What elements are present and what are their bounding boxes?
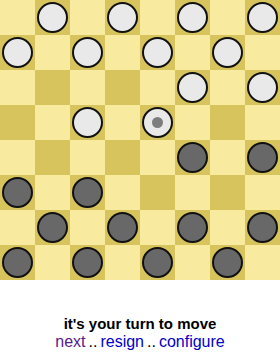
piece-light[interactable] (72, 37, 103, 68)
square-r5c2[interactable] (70, 175, 105, 210)
square-r6c1[interactable] (35, 210, 70, 245)
square-r1c1 (35, 35, 70, 70)
square-r5c5 (175, 175, 210, 210)
square-r2c6 (210, 70, 245, 105)
piece-dark[interactable] (212, 247, 243, 278)
piece-light[interactable] (177, 2, 208, 33)
square-r1c4[interactable] (140, 35, 175, 70)
square-r0c3[interactable] (105, 0, 140, 35)
square-r1c0[interactable] (0, 35, 35, 70)
square-r3c7 (245, 105, 280, 140)
square-r6c5[interactable] (175, 210, 210, 245)
square-r4c2 (70, 140, 105, 175)
checkers-board (0, 0, 280, 280)
square-r7c7 (245, 245, 280, 280)
square-r3c1 (35, 105, 70, 140)
square-r3c0[interactable] (0, 105, 35, 140)
piece-dark[interactable] (247, 212, 278, 243)
square-r2c4 (140, 70, 175, 105)
square-r4c6 (210, 140, 245, 175)
piece-dark[interactable] (177, 212, 208, 243)
square-r0c2 (70, 0, 105, 35)
square-r2c0 (0, 70, 35, 105)
square-r1c5 (175, 35, 210, 70)
piece-light-last-moved[interactable] (142, 107, 173, 138)
square-r7c4[interactable] (140, 245, 175, 280)
square-r5c6[interactable] (210, 175, 245, 210)
piece-dark[interactable] (2, 177, 33, 208)
square-r5c7 (245, 175, 280, 210)
square-r1c6[interactable] (210, 35, 245, 70)
square-r6c4 (140, 210, 175, 245)
square-r4c0 (0, 140, 35, 175)
square-r0c5[interactable] (175, 0, 210, 35)
resign-link[interactable]: resign (100, 333, 144, 350)
square-r0c4 (140, 0, 175, 35)
piece-dark[interactable] (247, 142, 278, 173)
separator-dots: .. (147, 333, 156, 350)
square-r7c2[interactable] (70, 245, 105, 280)
square-r2c2 (70, 70, 105, 105)
square-r1c3 (105, 35, 140, 70)
square-r3c2[interactable] (70, 105, 105, 140)
piece-dark[interactable] (107, 212, 138, 243)
square-r0c6 (210, 0, 245, 35)
square-r0c1[interactable] (35, 0, 70, 35)
square-r0c7[interactable] (245, 0, 280, 35)
square-r2c7[interactable] (245, 70, 280, 105)
piece-light[interactable] (247, 72, 278, 103)
piece-light[interactable] (72, 107, 103, 138)
piece-dark[interactable] (2, 247, 33, 278)
square-r4c4 (140, 140, 175, 175)
separator-dots: .. (89, 333, 98, 350)
square-r3c3 (105, 105, 140, 140)
square-r7c6[interactable] (210, 245, 245, 280)
piece-light[interactable] (212, 37, 243, 68)
status-area: it's your turn to move next..resign..con… (0, 280, 280, 353)
action-links: next..resign..configure (0, 333, 280, 351)
piece-light[interactable] (107, 2, 138, 33)
square-r7c3 (105, 245, 140, 280)
square-r5c3 (105, 175, 140, 210)
square-r6c3[interactable] (105, 210, 140, 245)
square-r4c5[interactable] (175, 140, 210, 175)
piece-light[interactable] (177, 72, 208, 103)
square-r2c3[interactable] (105, 70, 140, 105)
piece-light[interactable] (37, 2, 68, 33)
square-r7c5 (175, 245, 210, 280)
square-r3c4[interactable] (140, 105, 175, 140)
square-r6c7[interactable] (245, 210, 280, 245)
piece-dark[interactable] (142, 247, 173, 278)
piece-dark[interactable] (72, 247, 103, 278)
square-r6c2 (70, 210, 105, 245)
next-link[interactable]: next (55, 333, 85, 350)
square-r2c1[interactable] (35, 70, 70, 105)
piece-light[interactable] (247, 2, 278, 33)
square-r5c0[interactable] (0, 175, 35, 210)
square-r6c0 (0, 210, 35, 245)
square-r5c1 (35, 175, 70, 210)
square-r0c0 (0, 0, 35, 35)
square-r3c5 (175, 105, 210, 140)
piece-dark[interactable] (72, 177, 103, 208)
square-r7c1 (35, 245, 70, 280)
status-text: it's your turn to move (0, 316, 280, 332)
piece-dark[interactable] (177, 142, 208, 173)
square-r4c7[interactable] (245, 140, 280, 175)
square-r7c0[interactable] (0, 245, 35, 280)
square-r5c4[interactable] (140, 175, 175, 210)
square-r6c6 (210, 210, 245, 245)
square-r4c1[interactable] (35, 140, 70, 175)
square-r2c5[interactable] (175, 70, 210, 105)
piece-dark[interactable] (37, 212, 68, 243)
square-r1c7 (245, 35, 280, 70)
square-r1c2[interactable] (70, 35, 105, 70)
piece-light[interactable] (2, 37, 33, 68)
square-r3c6[interactable] (210, 105, 245, 140)
last-move-dot (152, 117, 163, 128)
piece-light[interactable] (142, 37, 173, 68)
square-r4c3[interactable] (105, 140, 140, 175)
configure-link[interactable]: configure (159, 333, 225, 350)
